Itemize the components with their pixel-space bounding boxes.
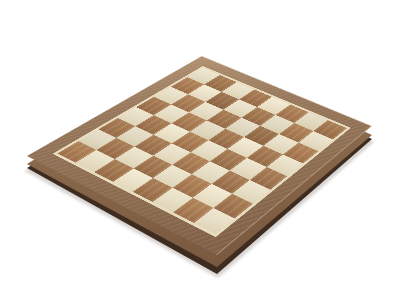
chessboard-scene (0, 0, 400, 300)
chessboard (27, 56, 372, 255)
